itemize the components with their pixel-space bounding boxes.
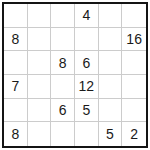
cell-r4c4[interactable]: 12 xyxy=(75,75,99,99)
cell-r6c2[interactable] xyxy=(28,122,52,146)
cell-r5c1[interactable] xyxy=(4,99,28,123)
cell-r4c2[interactable] xyxy=(28,75,52,99)
cell-r5c3[interactable]: 6 xyxy=(51,99,75,123)
cell-r4c1[interactable]: 7 xyxy=(4,75,28,99)
cell-r2c4[interactable] xyxy=(75,28,99,52)
cell-r6c1[interactable]: 8 xyxy=(4,122,28,146)
cell-r3c6[interactable] xyxy=(122,51,146,75)
cell-r5c5[interactable] xyxy=(99,99,123,123)
puzzle-board: 48168671265852 xyxy=(2,2,148,148)
cell-r1c6[interactable] xyxy=(122,4,146,28)
cell-r6c6[interactable]: 2 xyxy=(122,122,146,146)
cell-r5c4[interactable]: 5 xyxy=(75,99,99,123)
cell-r3c2[interactable] xyxy=(28,51,52,75)
cell-r1c4[interactable]: 4 xyxy=(75,4,99,28)
cell-r3c1[interactable] xyxy=(4,51,28,75)
cell-r2c2[interactable] xyxy=(28,28,52,52)
cell-r2c6[interactable]: 16 xyxy=(122,28,146,52)
cell-r1c5[interactable] xyxy=(99,4,123,28)
cell-r1c3[interactable] xyxy=(51,4,75,28)
cell-r5c6[interactable] xyxy=(122,99,146,123)
cell-r5c2[interactable] xyxy=(28,99,52,123)
cell-r2c1[interactable]: 8 xyxy=(4,28,28,52)
cell-r4c6[interactable] xyxy=(122,75,146,99)
cell-r3c5[interactable] xyxy=(99,51,123,75)
cell-r3c3[interactable]: 8 xyxy=(51,51,75,75)
cell-r6c4[interactable] xyxy=(75,122,99,146)
cell-r4c5[interactable] xyxy=(99,75,123,99)
cell-r3c4[interactable]: 6 xyxy=(75,51,99,75)
cell-r1c1[interactable] xyxy=(4,4,28,28)
cell-r4c3[interactable] xyxy=(51,75,75,99)
cell-r1c2[interactable] xyxy=(28,4,52,28)
cell-r6c3[interactable] xyxy=(51,122,75,146)
cell-r2c5[interactable] xyxy=(99,28,123,52)
cell-r6c5[interactable]: 5 xyxy=(99,122,123,146)
cell-r2c3[interactable] xyxy=(51,28,75,52)
